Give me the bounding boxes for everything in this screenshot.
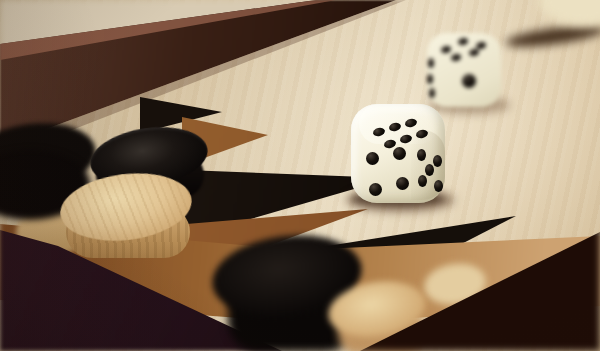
die-far-front-pip: [462, 74, 476, 88]
die-near-front-pip: [366, 152, 379, 165]
die-near-right-pip: [434, 180, 443, 192]
die-near-right-pip: [433, 155, 442, 167]
die-near-front-pip: [369, 183, 382, 196]
die-near-right-pip: [417, 149, 426, 161]
die-far[interactable]: [427, 33, 501, 107]
die-near-front-pip: [396, 177, 409, 190]
die-far-left-pip: [429, 88, 435, 98]
die-near-right-pip: [425, 164, 434, 176]
die-far-left-pip: [428, 58, 434, 68]
backgammon-photo-scene: [0, 0, 600, 351]
die-near-right-pip: [418, 175, 427, 187]
die-near[interactable]: [351, 104, 445, 203]
die-near-front-pip: [393, 147, 406, 160]
die-far-left-pip: [427, 74, 433, 84]
